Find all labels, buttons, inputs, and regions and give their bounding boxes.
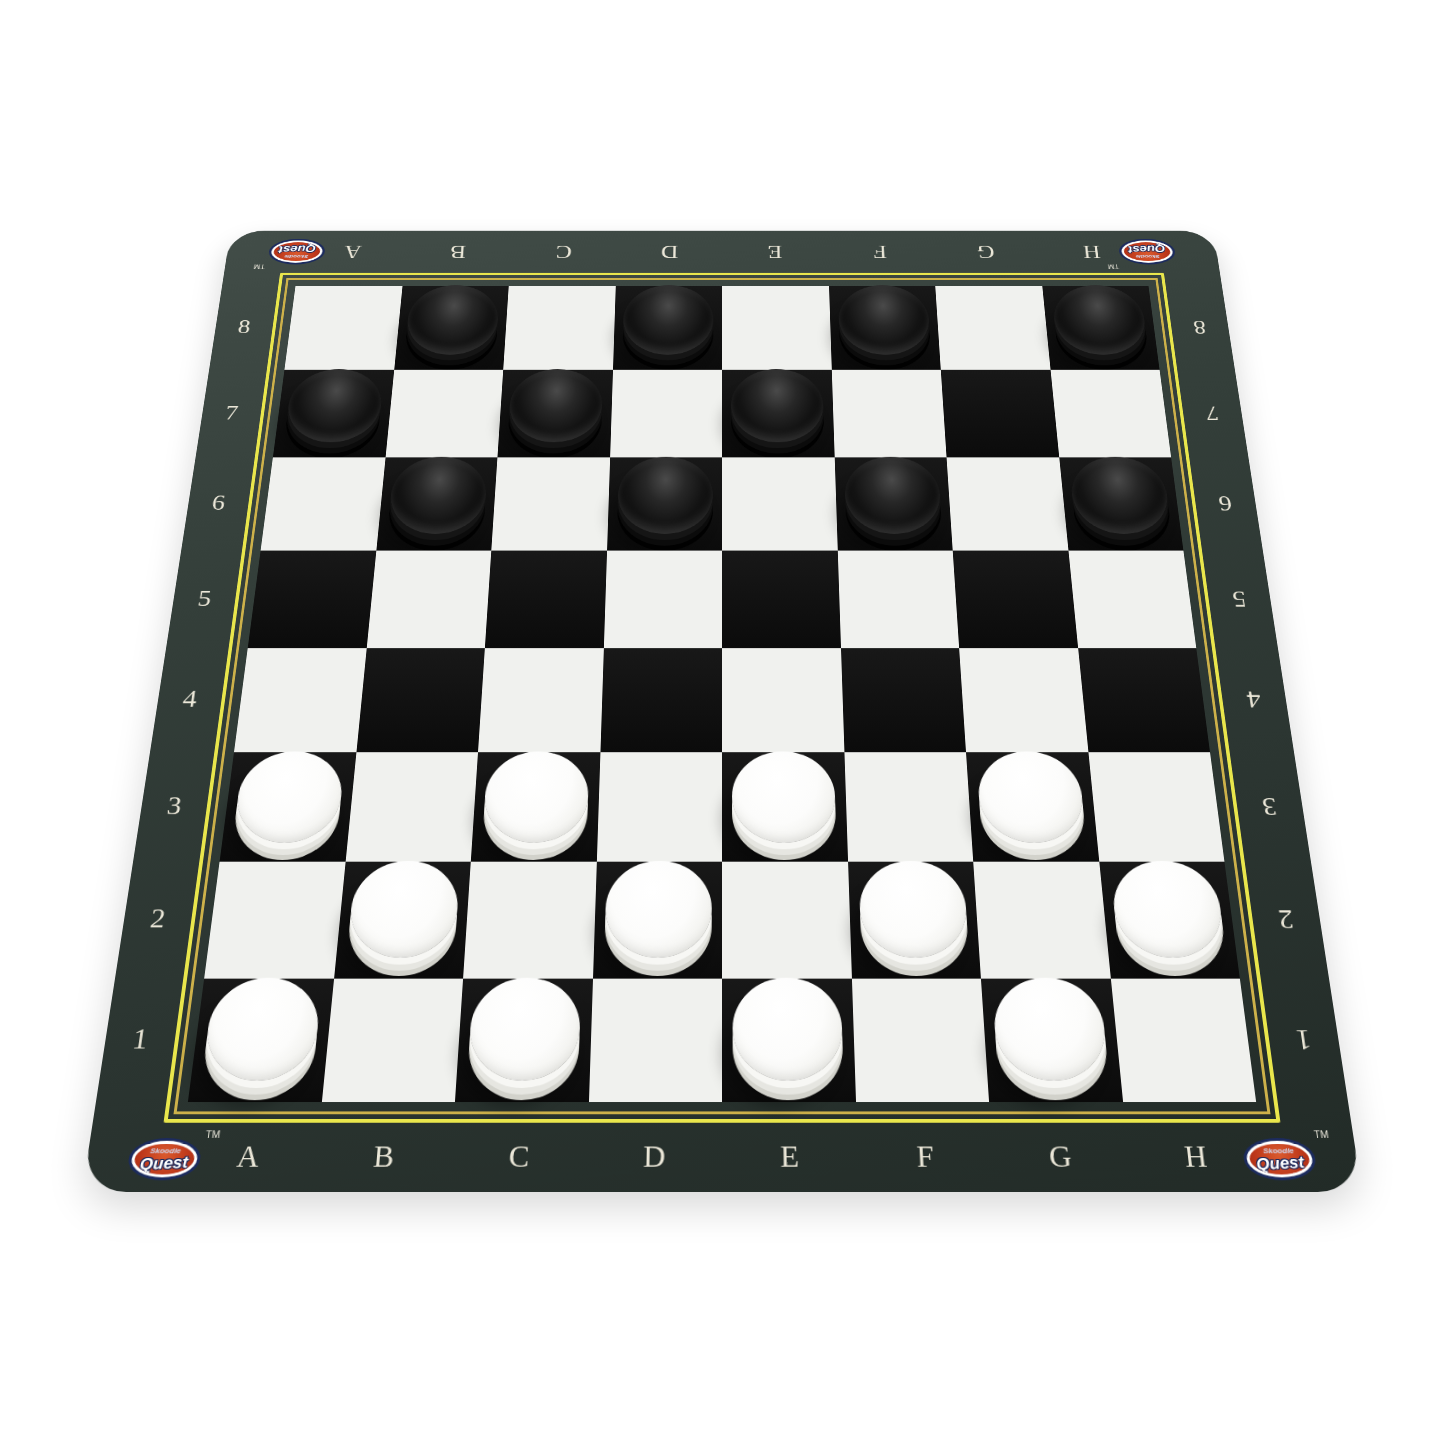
white-checker-d2[interactable] <box>604 861 712 958</box>
rank-label-right-7: 7 <box>1204 401 1220 424</box>
rank-label-left-5: 5 <box>196 586 213 612</box>
square-b6[interactable] <box>376 457 497 550</box>
square-g4[interactable] <box>959 648 1088 752</box>
rank-label-right-3: 3 <box>1261 792 1279 821</box>
black-checker-f8[interactable] <box>837 285 930 354</box>
square-h3[interactable] <box>1088 752 1224 862</box>
square-c1[interactable] <box>455 978 593 1102</box>
square-a4[interactable] <box>234 648 366 752</box>
file-label-top-d: D <box>660 241 678 262</box>
square-f7[interactable] <box>831 369 946 457</box>
square-e8[interactable] <box>722 286 831 370</box>
file-label-bottom-g: G <box>1048 1140 1073 1175</box>
checkers-board: TM Skoodle Quest TM Skoodle Quest TM S <box>82 231 1362 1192</box>
white-checker-g3[interactable] <box>976 751 1087 842</box>
square-d3[interactable] <box>596 752 722 862</box>
rank-label-left-4: 4 <box>181 686 199 713</box>
white-checker-a3[interactable] <box>232 751 346 842</box>
black-checker-d6[interactable] <box>617 457 713 534</box>
file-label-top-c: C <box>555 241 572 262</box>
rank-label-right-4: 4 <box>1245 686 1263 713</box>
square-b7[interactable] <box>385 369 503 457</box>
square-c2[interactable] <box>463 862 596 979</box>
square-g8[interactable] <box>935 286 1050 370</box>
file-label-top-g: G <box>976 241 995 262</box>
file-label-top-h: H <box>1081 241 1101 262</box>
white-checker-e1[interactable] <box>733 978 844 1081</box>
file-labels-bottom: ABCDEFGH <box>176 1123 1268 1192</box>
square-h1[interactable] <box>1110 978 1256 1102</box>
product-photo-scene: TM Skoodle Quest TM Skoodle Quest TM S <box>0 0 1445 1445</box>
square-e5[interactable] <box>722 550 841 648</box>
rank-label-right-6: 6 <box>1217 491 1233 515</box>
file-label-top-a: A <box>343 241 363 262</box>
trademark-mark: TM <box>1313 1129 1329 1139</box>
rank-label-left-3: 3 <box>165 792 183 821</box>
file-label-bottom-c: C <box>508 1140 530 1175</box>
white-checker-h2[interactable] <box>1109 861 1226 958</box>
square-g6[interactable] <box>947 457 1068 550</box>
square-h6[interactable] <box>1059 457 1184 550</box>
square-b8[interactable] <box>394 286 509 370</box>
file-label-bottom-h: H <box>1183 1140 1209 1175</box>
square-e3[interactable] <box>722 752 848 862</box>
black-checker-c7[interactable] <box>508 369 604 442</box>
square-b4[interactable] <box>356 648 485 752</box>
square-g7[interactable] <box>941 369 1059 457</box>
rank-label-right-5: 5 <box>1231 586 1248 612</box>
black-checker-b8[interactable] <box>404 285 500 354</box>
square-g3[interactable] <box>966 752 1099 862</box>
square-b5[interactable] <box>366 550 491 648</box>
square-a3[interactable] <box>220 752 356 862</box>
black-checker-h6[interactable] <box>1068 457 1172 534</box>
square-f3[interactable] <box>844 752 973 862</box>
file-labels-top: ABCDEFGH <box>297 231 1147 273</box>
square-d8[interactable] <box>613 286 722 370</box>
square-d5[interactable] <box>603 550 722 648</box>
square-b3[interactable] <box>345 752 478 862</box>
square-a5[interactable] <box>248 550 376 648</box>
white-checker-g1[interactable] <box>992 978 1110 1081</box>
square-a1[interactable] <box>188 978 334 1102</box>
file-label-bottom-b: B <box>372 1140 395 1175</box>
square-d1[interactable] <box>588 978 722 1102</box>
square-h7[interactable] <box>1050 369 1171 457</box>
square-f2[interactable] <box>848 862 981 979</box>
rank-label-right-8: 8 <box>1192 316 1207 338</box>
rank-label-right-2: 2 <box>1277 904 1296 935</box>
white-checker-f2[interactable] <box>858 861 969 958</box>
square-g1[interactable] <box>981 978 1123 1102</box>
black-checker-a7[interactable] <box>284 369 385 442</box>
square-h5[interactable] <box>1068 550 1196 648</box>
file-label-top-f: F <box>873 241 887 262</box>
white-checker-c1[interactable] <box>467 978 582 1081</box>
rank-label-left-6: 6 <box>210 491 226 515</box>
square-d2[interactable] <box>593 862 722 979</box>
square-f5[interactable] <box>837 550 959 648</box>
trademark-mark: TM <box>253 263 265 269</box>
rank-label-left-1: 1 <box>130 1023 150 1056</box>
square-h2[interactable] <box>1099 862 1240 979</box>
white-checker-e3[interactable] <box>732 751 837 842</box>
square-e1[interactable] <box>722 978 856 1102</box>
square-h8[interactable] <box>1042 286 1160 370</box>
file-label-bottom-a: A <box>235 1140 261 1175</box>
square-d6[interactable] <box>607 457 722 550</box>
file-label-top-e: E <box>767 241 782 262</box>
square-h4[interactable] <box>1078 648 1210 752</box>
square-g5[interactable] <box>953 550 1078 648</box>
white-checker-a1[interactable] <box>202 978 323 1081</box>
square-d4[interactable] <box>600 648 722 752</box>
black-checker-e7[interactable] <box>731 369 825 442</box>
white-checker-b2[interactable] <box>346 861 460 958</box>
square-a8[interactable] <box>284 286 402 370</box>
square-f6[interactable] <box>834 457 952 550</box>
square-b2[interactable] <box>334 862 471 979</box>
black-checker-b6[interactable] <box>387 457 488 534</box>
squares-grid <box>188 286 1256 1102</box>
file-label-bottom-d: D <box>643 1140 666 1175</box>
square-f8[interactable] <box>829 286 941 370</box>
file-label-top-b: B <box>449 241 467 262</box>
black-checker-d8[interactable] <box>622 285 713 354</box>
rank-label-right-1: 1 <box>1294 1023 1314 1056</box>
black-checker-f6[interactable] <box>844 457 943 534</box>
square-a7[interactable] <box>273 369 394 457</box>
square-c4[interactable] <box>478 648 603 752</box>
square-a2[interactable] <box>204 862 345 979</box>
square-e4[interactable] <box>722 648 844 752</box>
black-checker-h8[interactable] <box>1051 285 1149 354</box>
square-c3[interactable] <box>471 752 600 862</box>
square-f4[interactable] <box>841 648 966 752</box>
square-e6[interactable] <box>722 457 837 550</box>
rank-label-left-2: 2 <box>148 904 167 935</box>
square-a6[interactable] <box>261 457 386 550</box>
square-g2[interactable] <box>973 862 1110 979</box>
square-d7[interactable] <box>610 369 722 457</box>
square-b1[interactable] <box>321 978 463 1102</box>
file-label-bottom-f: F <box>916 1140 935 1175</box>
square-e2[interactable] <box>722 862 851 979</box>
square-f1[interactable] <box>851 978 989 1102</box>
square-c5[interactable] <box>485 550 607 648</box>
square-c6[interactable] <box>491 457 609 550</box>
square-c8[interactable] <box>503 286 615 370</box>
rank-label-left-7: 7 <box>224 401 240 424</box>
white-checker-c3[interactable] <box>482 751 590 842</box>
file-label-bottom-e: E <box>780 1140 799 1175</box>
square-e7[interactable] <box>722 369 834 457</box>
rank-label-left-8: 8 <box>236 316 251 338</box>
square-c7[interactable] <box>497 369 612 457</box>
